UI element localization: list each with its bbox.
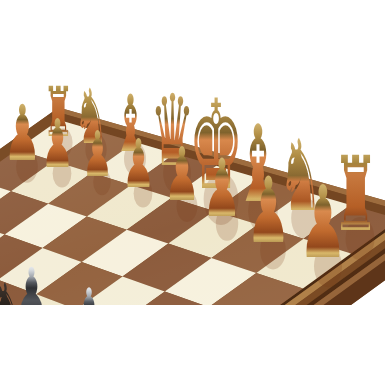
dark-knight-b1: ♞ xyxy=(0,273,25,305)
brass-pawn-e7: ♟ xyxy=(162,137,203,211)
silver-pawn-d2: ♟ xyxy=(71,280,106,305)
brass-pawn-h7: ♟ xyxy=(296,173,351,273)
brass-pawn-g7: ♟ xyxy=(243,165,293,256)
brass-pawn-f7: ♟ xyxy=(200,149,244,229)
brass-knight-g8: ♞ xyxy=(276,126,326,225)
chess-set-photo: ♜♞♝♛♚♝♞♜♟♟♟♟♟♟♟♟♟♟♞ xyxy=(0,0,385,385)
silver-pawn-c2: ♟ xyxy=(13,259,51,305)
brass-king-e8: ♚ xyxy=(185,83,247,207)
brass-rook-h8: ♜ xyxy=(330,143,382,246)
brass-pawn-a7: ♟ xyxy=(1,95,43,172)
brass-bishop-c8: ♝ xyxy=(111,85,151,164)
brass-rook-a8: ♜ xyxy=(41,78,76,147)
photo-crop-area: ♜♞♝♛♚♝♞♜♟♟♟♟♟♟♟♟♟♟♞ xyxy=(0,0,385,305)
brass-pawn-c7: ♟ xyxy=(80,123,115,186)
brass-bishop-f8: ♝ xyxy=(232,112,285,218)
brass-queen-d8: ♛ xyxy=(148,81,198,180)
pieces-layer: ♜♞♝♛♚♝♞♜♟♟♟♟♟♟♟♟♟♟♞ xyxy=(0,0,385,305)
brass-pawn-d7: ♟ xyxy=(120,131,157,198)
brass-knight-b8: ♞ xyxy=(72,79,110,155)
brass-pawn-b7: ♟ xyxy=(39,111,76,178)
